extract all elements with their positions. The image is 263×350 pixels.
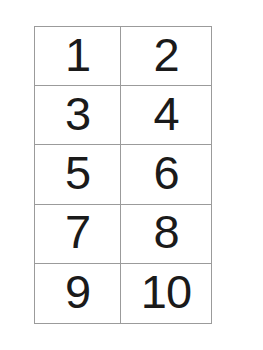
number-cell-1: 1 — [35, 27, 121, 86]
number-grid: 1 2 3 4 5 6 7 8 9 10 — [34, 26, 212, 324]
number-cell-3: 3 — [35, 86, 121, 145]
number-cell-9: 9 — [35, 264, 121, 323]
number-cell-7: 7 — [35, 205, 121, 264]
number-cell-2: 2 — [121, 27, 211, 86]
number-cell-10: 10 — [121, 264, 211, 323]
number-cell-5: 5 — [35, 145, 121, 204]
number-cell-6: 6 — [121, 145, 211, 204]
number-cell-4: 4 — [121, 86, 211, 145]
number-cell-8: 8 — [121, 205, 211, 264]
